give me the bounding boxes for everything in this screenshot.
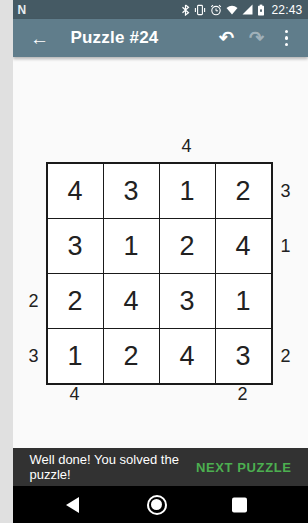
redo-button[interactable]: ↷ <box>242 23 272 53</box>
nav-recents-icon[interactable] <box>232 497 247 512</box>
clue-bottom-col4: 2 <box>237 385 247 403</box>
cell-r4c1[interactable]: 1 <box>48 329 103 383</box>
cell-r1c3[interactable]: 1 <box>160 164 215 218</box>
cell-r2c3[interactable]: 2 <box>160 219 215 273</box>
status-time: 22:43 <box>271 3 302 17</box>
bluetooth-icon <box>181 4 190 16</box>
cell-r1c2[interactable]: 3 <box>104 164 159 218</box>
next-puzzle-button[interactable]: NEXT PUZZLE <box>196 460 291 475</box>
cell-r4c3[interactable]: 4 <box>160 329 215 383</box>
alarm-icon <box>210 4 222 16</box>
cell-r3c2[interactable]: 4 <box>104 274 159 328</box>
page-title: Puzzle #24 <box>71 28 159 48</box>
clue-right-row2: 1 <box>280 237 290 255</box>
snackbar: Well done! You solved the puzzle! NEXT P… <box>13 448 308 486</box>
overflow-menu-button[interactable] <box>272 23 302 53</box>
android-nav-bar <box>13 486 308 523</box>
phone-screen: N 22:43 ← Puzzle #24 ↶ ↷ 4 2 3 <box>13 0 308 523</box>
cell-r3c4[interactable]: 1 <box>216 274 271 328</box>
wifi-icon <box>226 4 238 15</box>
status-bar: N 22:43 <box>13 0 308 19</box>
nav-home-icon[interactable] <box>147 495 167 515</box>
clue-left-row4: 3 <box>28 347 38 365</box>
back-button[interactable]: ← <box>25 23 55 53</box>
skyscrapers-board: 4 3 1 2 3 1 2 4 2 4 3 1 1 2 4 3 <box>46 162 273 385</box>
redo-icon: ↷ <box>249 29 264 47</box>
cell-r3c1[interactable]: 2 <box>48 274 103 328</box>
cell-r4c4[interactable]: 3 <box>216 329 271 383</box>
cell-r4c2[interactable]: 2 <box>104 329 159 383</box>
clue-right-row4: 2 <box>280 347 290 365</box>
cell-r3c3[interactable]: 3 <box>160 274 215 328</box>
cell-r2c1[interactable]: 3 <box>48 219 103 273</box>
puzzle-area: 4 2 3 3 1 2 4 2 4 3 1 2 3 1 2 4 2 4 3 1 … <box>13 57 308 448</box>
cell-signal-icon <box>242 4 253 15</box>
cell-r1c1[interactable]: 4 <box>48 164 103 218</box>
cell-r2c4[interactable]: 4 <box>216 219 271 273</box>
undo-icon: ↶ <box>219 29 234 47</box>
overflow-menu-icon <box>285 30 289 47</box>
clue-right-row1: 3 <box>280 182 290 200</box>
battery-icon <box>257 4 265 16</box>
snackbar-message: Well done! You solved the puzzle! <box>30 452 197 482</box>
clue-left-row3: 2 <box>28 292 38 310</box>
undo-button[interactable]: ↶ <box>212 23 242 53</box>
clue-top-col3: 4 <box>181 137 191 155</box>
cell-r2c2[interactable]: 1 <box>104 219 159 273</box>
notification-icon: N <box>18 4 27 16</box>
clue-bottom-col1: 4 <box>69 385 79 403</box>
cell-r1c4[interactable]: 2 <box>216 164 271 218</box>
back-arrow-icon: ← <box>30 29 49 48</box>
nav-back-icon[interactable] <box>66 497 79 513</box>
app-bar: ← Puzzle #24 ↶ ↷ <box>13 19 308 57</box>
vibrate-icon <box>194 4 206 16</box>
